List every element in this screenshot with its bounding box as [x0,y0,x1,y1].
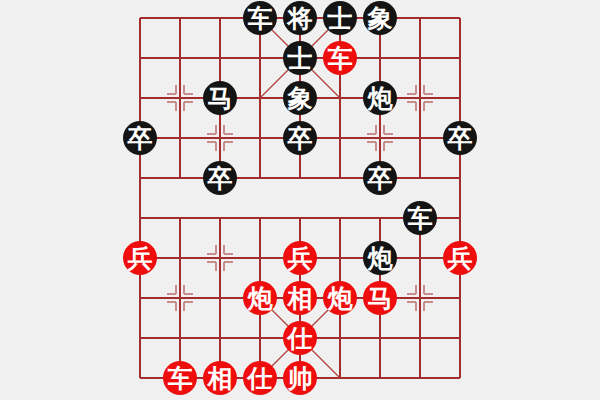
piece-black-elephant[interactable]: 象 [283,81,317,115]
piece-black-soldier[interactable]: 卒 [123,121,157,155]
piece-red-soldier[interactable]: 兵 [443,241,477,275]
piece-red-elephant[interactable]: 相 [203,361,237,395]
piece-red-elephant[interactable]: 相 [283,281,317,315]
piece-black-advisor[interactable]: 士 [283,41,317,75]
piece-red-cannon[interactable]: 炮 [323,281,357,315]
piece-red-advisor[interactable]: 仕 [243,361,277,395]
piece-black-chariot[interactable]: 车 [243,1,277,35]
piece-black-elephant[interactable]: 象 [363,1,397,35]
piece-red-horse[interactable]: 马 [363,281,397,315]
piece-black-general[interactable]: 将 [283,1,317,35]
piece-black-cannon[interactable]: 炮 [363,81,397,115]
piece-red-chariot[interactable]: 车 [163,361,197,395]
pieces-layer: 车将士象士车马象炮卒卒卒卒卒车兵兵炮兵炮相炮马仕车相仕帅 [120,0,480,398]
piece-black-soldier[interactable]: 卒 [363,161,397,195]
piece-red-general[interactable]: 帅 [283,361,317,395]
piece-red-advisor[interactable]: 仕 [283,321,317,355]
piece-black-chariot[interactable]: 车 [403,201,437,235]
piece-black-advisor[interactable]: 士 [323,1,357,35]
piece-black-soldier[interactable]: 卒 [443,121,477,155]
piece-black-cannon[interactable]: 炮 [363,241,397,275]
piece-red-soldier[interactable]: 兵 [123,241,157,275]
piece-red-soldier[interactable]: 兵 [283,241,317,275]
piece-black-soldier[interactable]: 卒 [283,121,317,155]
piece-black-soldier[interactable]: 卒 [203,161,237,195]
xiangqi-board: 车将士象士车马象炮卒卒卒卒卒车兵兵炮兵炮相炮马仕车相仕帅 [0,0,600,400]
piece-red-chariot[interactable]: 车 [323,41,357,75]
piece-red-cannon[interactable]: 炮 [243,281,277,315]
piece-black-horse[interactable]: 马 [203,81,237,115]
